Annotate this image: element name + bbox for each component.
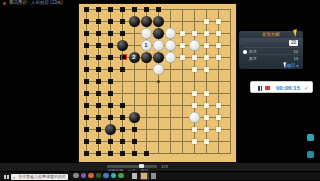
white-territory-marker — [180, 55, 185, 60]
white-territory-marker — [180, 43, 185, 48]
white-territory-marker — [204, 19, 209, 24]
white-territory-marker — [216, 115, 221, 120]
white-territory-marker — [204, 103, 209, 108]
white-territory-marker — [204, 43, 209, 48]
edge-widget-icon[interactable] — [307, 134, 314, 141]
taskbar-app-icon[interactable] — [73, 173, 79, 179]
black-territory-marker — [96, 91, 101, 96]
start-button[interactable] — [4, 175, 9, 180]
white-territory-marker — [192, 91, 197, 96]
move-number-label: 2 — [128, 54, 140, 60]
black-territory-marker — [108, 115, 113, 120]
black-territory-marker — [132, 127, 137, 132]
taskbar-active-app[interactable] — [140, 172, 149, 180]
windows-taskbar: ⌕ 在这里输入你要搜索的内容 ∧ ▭ 英 22:06 2019/9/25 — [0, 171, 320, 180]
white-territory-marker — [192, 127, 197, 132]
black-territory-marker — [108, 139, 113, 144]
black-territory-marker — [108, 67, 113, 72]
black-territory-marker — [84, 127, 89, 132]
popup-row-black: 黑方 13 — [243, 54, 299, 61]
black-territory-marker — [84, 55, 89, 60]
white-territory-marker — [192, 67, 197, 72]
black-territory-marker — [108, 91, 113, 96]
black-territory-marker — [108, 7, 113, 12]
taskbar-search-input[interactable]: ⌕ 在这里输入你要搜索的内容 — [11, 174, 68, 181]
white-territory-marker — [216, 43, 221, 48]
popup-row-white: 白方 10 — [243, 47, 299, 54]
black-stone[interactable] — [141, 52, 153, 64]
app-window-icon — [141, 173, 147, 179]
black-stone[interactable] — [141, 16, 153, 28]
black-territory-marker — [144, 151, 149, 156]
white-stone-icon — [243, 50, 247, 54]
move-number-label: 1 — [140, 42, 152, 48]
white-territory-marker — [216, 55, 221, 60]
app-toolbar: 123 形势判断 试下 返回 — [0, 163, 320, 171]
black-territory-marker — [84, 31, 89, 36]
black-territory-marker — [84, 67, 89, 72]
black-territory-marker — [96, 79, 101, 84]
search-placeholder: 在这里输入你要搜索的内容 — [18, 174, 66, 179]
white-territory-marker — [204, 91, 209, 96]
last-move-red-marker — [121, 54, 127, 60]
score-estimate-popup: 形势判断 20 白方 10 黑方 13 确定 ▸ — [239, 31, 303, 69]
popup-row-label: 黑方 — [249, 55, 257, 62]
white-stone[interactable] — [165, 52, 177, 64]
app-window-icon — [132, 173, 138, 179]
white-territory-marker — [180, 31, 185, 36]
black-stone[interactable] — [153, 28, 165, 40]
white-stone[interactable] — [189, 40, 201, 52]
black-territory-marker — [120, 103, 125, 108]
app-window-icon — [151, 173, 157, 179]
black-territory-marker — [120, 151, 125, 156]
search-icon: ⌕ — [13, 175, 16, 180]
black-territory-marker — [84, 91, 89, 96]
black-territory-marker — [84, 139, 89, 144]
white-stone[interactable] — [189, 112, 201, 124]
black-territory-marker — [120, 19, 125, 24]
black-territory-marker — [84, 43, 89, 48]
black-territory-marker — [96, 151, 101, 156]
elapsed-time: 00:06:15 — [273, 85, 303, 91]
white-territory-marker — [204, 55, 209, 60]
count-value-box[interactable]: 20 — [289, 40, 298, 46]
taskbar-app-icon[interactable] — [103, 173, 109, 179]
black-territory-marker — [120, 115, 125, 120]
open-app-underline — [131, 180, 138, 181]
grid-line — [230, 9, 231, 154]
black-territory-marker — [96, 67, 101, 72]
black-territory-marker — [84, 7, 89, 12]
white-territory-marker — [192, 31, 197, 36]
black-territory-marker — [84, 151, 89, 156]
black-territory-marker — [120, 67, 125, 72]
white-territory-marker — [204, 127, 209, 132]
black-territory-marker — [96, 19, 101, 24]
black-territory-marker — [84, 79, 89, 84]
black-territory-marker — [120, 31, 125, 36]
stop-icon[interactable] — [265, 86, 270, 91]
black-territory-marker — [132, 7, 137, 12]
white-territory-marker — [192, 139, 197, 144]
white-territory-marker — [204, 67, 209, 72]
white-territory-marker — [204, 31, 209, 36]
white-territory-marker — [216, 31, 221, 36]
black-territory-marker — [96, 55, 101, 60]
black-territory-marker — [108, 19, 113, 24]
black-territory-marker — [108, 31, 113, 36]
black-territory-marker — [132, 139, 137, 144]
timer-control-bar: 00:06:15 ✓ — [250, 81, 313, 93]
black-territory-marker — [108, 55, 113, 60]
screen: 腾讯围棋 - 人机对弈 (13路) 12 形势判断 20 白方 10 黑方 13… — [0, 0, 320, 180]
black-stone[interactable] — [129, 16, 141, 28]
white-territory-marker — [216, 103, 221, 108]
black-stone[interactable] — [153, 52, 165, 64]
check-icon[interactable]: ✓ — [304, 85, 309, 92]
white-stone[interactable] — [141, 28, 153, 40]
app-icon — [3, 2, 6, 5]
white-territory-marker — [216, 19, 221, 24]
white-stone[interactable] — [153, 64, 165, 76]
black-stone[interactable] — [117, 40, 129, 52]
black-territory-marker — [108, 79, 113, 84]
white-territory-marker — [204, 139, 209, 144]
black-territory-marker — [120, 139, 125, 144]
black-territory-marker — [96, 103, 101, 108]
white-stone[interactable] — [153, 40, 165, 52]
black-territory-marker — [84, 19, 89, 24]
black-territory-marker — [96, 31, 101, 36]
open-app-underline — [141, 180, 148, 181]
black-territory-marker — [108, 151, 113, 156]
black-territory-marker — [96, 115, 101, 120]
white-stone[interactable] — [165, 40, 177, 52]
black-territory-marker — [84, 115, 89, 120]
open-app-underline — [150, 180, 157, 181]
white-territory-marker — [192, 103, 197, 108]
white-stone[interactable] — [165, 28, 177, 40]
black-stone[interactable] — [105, 124, 117, 136]
black-stone[interactable] — [153, 16, 165, 28]
black-stone[interactable] — [129, 112, 141, 124]
black-territory-marker — [84, 103, 89, 108]
black-territory-marker — [108, 103, 113, 108]
black-territory-marker — [120, 7, 125, 12]
black-territory-marker — [96, 43, 101, 48]
taskbar-open-app[interactable] — [149, 172, 158, 180]
white-territory-marker — [192, 55, 197, 60]
black-territory-marker — [96, 7, 101, 12]
edge-widget-icon[interactable] — [307, 151, 314, 158]
star-point — [157, 80, 160, 83]
black-territory-marker — [96, 139, 101, 144]
go-board[interactable]: 12 — [79, 4, 236, 162]
black-territory-marker — [144, 7, 149, 12]
pause-icon[interactable] — [258, 86, 262, 91]
black-territory-marker — [120, 127, 125, 132]
black-territory-marker — [96, 127, 101, 132]
taskbar-open-app[interactable] — [130, 172, 139, 180]
white-territory-marker — [204, 115, 209, 120]
black-territory-marker — [156, 7, 161, 12]
black-territory-marker — [108, 43, 113, 48]
taskbar-app-icon[interactable] — [88, 173, 94, 179]
taskbar-app-icon[interactable] — [118, 173, 124, 179]
black-territory-marker — [132, 151, 137, 156]
white-territory-marker — [216, 127, 221, 132]
popup-row-value: 13 — [294, 55, 298, 62]
